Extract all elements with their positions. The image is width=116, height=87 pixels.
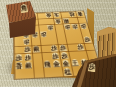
shogi-photo-scene: 飛金玉桂香金銀歩歩歩歩歩歩歩歩歩歩銀歩歩歩歩歩歩歩香銀飛金金王桂桂香 角 歩 [0, 0, 116, 87]
shogi-piece: 歩 [50, 45, 58, 52]
shogi-piece: 歩 [51, 52, 59, 60]
shogi-piece: 歩 [83, 36, 92, 43]
shogi-piece: 歩 [24, 53, 32, 61]
shogi-piece: 歩 [23, 39, 30, 46]
shogi-piece: 銀 [33, 45, 41, 52]
shogi-piece: 歩 [15, 54, 23, 62]
shogi-piece: 香 [15, 62, 23, 70]
shogi-piece: 銀 [25, 61, 33, 69]
shogi-piece: 金 [52, 60, 61, 68]
board-cell [15, 70, 25, 79]
shogi-piece: 歩 [24, 46, 32, 53]
shogi-piece: 飛 [43, 60, 52, 68]
